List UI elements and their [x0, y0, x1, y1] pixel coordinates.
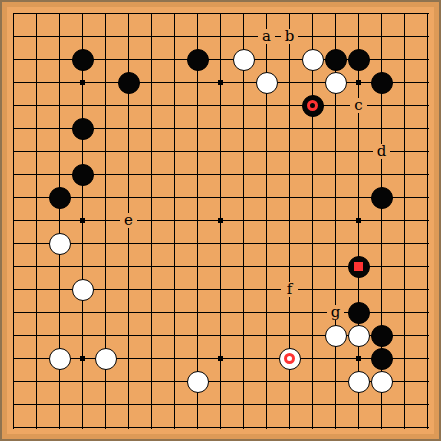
black-stone[interactable] [72, 118, 94, 140]
black-stone[interactable] [371, 325, 393, 347]
white-stone[interactable] [95, 348, 117, 370]
white-stone[interactable] [256, 72, 278, 94]
white-stone[interactable] [279, 348, 301, 370]
white-stone[interactable] [348, 371, 370, 393]
black-stone[interactable] [371, 72, 393, 94]
stone-marker-circle [284, 353, 295, 364]
white-stone[interactable] [371, 371, 393, 393]
white-stone[interactable] [72, 279, 94, 301]
move-label-c: c [350, 98, 367, 113]
white-stone[interactable] [233, 49, 255, 71]
black-stone[interactable] [348, 256, 370, 278]
star-point [80, 356, 85, 361]
black-stone[interactable] [187, 49, 209, 71]
black-stone[interactable] [49, 187, 71, 209]
star-point [80, 218, 85, 223]
move-label-b: b [281, 29, 298, 44]
move-label-a: a [258, 29, 275, 44]
board-surface: abcdefg [7, 7, 434, 434]
star-point [80, 80, 85, 85]
black-stone[interactable] [72, 164, 94, 186]
white-stone[interactable] [325, 325, 347, 347]
white-stone[interactable] [348, 325, 370, 347]
white-stone[interactable] [187, 371, 209, 393]
move-label-g: g [327, 305, 344, 320]
star-point [356, 80, 361, 85]
black-stone[interactable] [302, 95, 324, 117]
black-stone[interactable] [348, 302, 370, 324]
white-stone[interactable] [49, 348, 71, 370]
star-point [356, 356, 361, 361]
stone-marker-square [354, 262, 363, 271]
black-stone[interactable] [371, 348, 393, 370]
white-stone[interactable] [302, 49, 324, 71]
star-point [218, 218, 223, 223]
move-label-f: f [281, 282, 298, 297]
move-label-d: d [373, 144, 390, 159]
white-stone[interactable] [49, 233, 71, 255]
black-stone[interactable] [371, 187, 393, 209]
black-stone[interactable] [72, 49, 94, 71]
white-stone[interactable] [325, 72, 347, 94]
move-label-e: e [120, 213, 137, 228]
stone-marker-circle [307, 100, 318, 111]
go-board[interactable]: abcdefg [0, 0, 441, 441]
star-point [218, 356, 223, 361]
black-stone[interactable] [118, 72, 140, 94]
star-point [356, 218, 361, 223]
black-stone[interactable] [348, 49, 370, 71]
black-stone[interactable] [325, 49, 347, 71]
star-point [218, 80, 223, 85]
